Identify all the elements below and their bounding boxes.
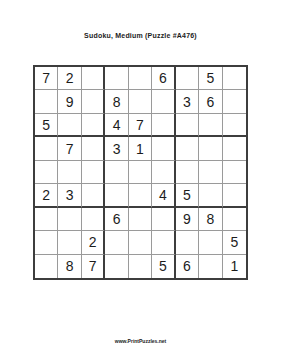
sudoku-cell: 5: [199, 67, 222, 90]
sudoku-cell: 8: [58, 255, 81, 278]
sudoku-cell: [152, 208, 175, 231]
sudoku-cell: [82, 67, 105, 90]
sudoku-cell: [129, 208, 152, 231]
sudoku-cell: 5: [152, 255, 175, 278]
sudoku-grid: 7265983654773123456982587561: [33, 65, 248, 280]
sudoku-cell: 2: [35, 184, 58, 207]
sudoku-cell: [223, 67, 246, 90]
sudoku-cell: [129, 161, 152, 184]
sudoku-cell: [35, 208, 58, 231]
sudoku-cell: [199, 137, 222, 160]
sudoku-cell: [82, 184, 105, 207]
sudoku-cell: 8: [105, 90, 128, 113]
sudoku-cell: 5: [35, 114, 58, 137]
sudoku-cell: [35, 161, 58, 184]
sudoku-cell: [82, 114, 105, 137]
sudoku-cell: 4: [152, 184, 175, 207]
sudoku-cell: 7: [58, 137, 81, 160]
sudoku-cell: 8: [199, 208, 222, 231]
sudoku-cell: [105, 67, 128, 90]
sudoku-cell: [105, 231, 128, 254]
sudoku-cell: [199, 255, 222, 278]
footer-url: www.PrintPuzzles.net: [0, 338, 281, 344]
sudoku-cell: [199, 231, 222, 254]
sudoku-cell: [223, 161, 246, 184]
sudoku-cell: 6: [105, 208, 128, 231]
sudoku-cell: 6: [176, 255, 199, 278]
sudoku-cell: [176, 137, 199, 160]
sudoku-cell: 7: [35, 67, 58, 90]
sudoku-cell: 1: [223, 255, 246, 278]
sudoku-cell: [223, 137, 246, 160]
sudoku-cell: [129, 67, 152, 90]
sudoku-cell: 2: [82, 231, 105, 254]
sudoku-cell: [35, 90, 58, 113]
sudoku-cell: 5: [223, 231, 246, 254]
sudoku-cell: [58, 114, 81, 137]
sudoku-cell: [152, 137, 175, 160]
sudoku-cell: [105, 255, 128, 278]
sudoku-cell: 7: [129, 114, 152, 137]
sudoku-cell: 6: [152, 67, 175, 90]
sudoku-cell: [129, 255, 152, 278]
sudoku-cell: 2: [58, 67, 81, 90]
page: Sudoku, Medium (Puzzle #A476) 7265983654…: [0, 0, 281, 363]
sudoku-cell: [199, 184, 222, 207]
sudoku-cell: [152, 231, 175, 254]
sudoku-cell: [82, 161, 105, 184]
sudoku-cell: [199, 161, 222, 184]
sudoku-cell: [58, 161, 81, 184]
sudoku-cell: [223, 90, 246, 113]
page-title: Sudoku, Medium (Puzzle #A476): [0, 32, 281, 39]
sudoku-cell: [176, 161, 199, 184]
sudoku-cell: 5: [176, 184, 199, 207]
sudoku-cell: [199, 114, 222, 137]
sudoku-cell: [35, 255, 58, 278]
sudoku-cell: [129, 90, 152, 113]
sudoku-cell: [82, 137, 105, 160]
sudoku-cell: [152, 114, 175, 137]
sudoku-cell: [35, 137, 58, 160]
sudoku-cell: 1: [129, 137, 152, 160]
sudoku-cell: [58, 231, 81, 254]
sudoku-cell: [223, 208, 246, 231]
sudoku-cell: [223, 184, 246, 207]
sudoku-cell: [223, 114, 246, 137]
sudoku-cell: [58, 208, 81, 231]
sudoku-cell: 3: [105, 137, 128, 160]
sudoku-cell: [105, 184, 128, 207]
sudoku-cell: [105, 161, 128, 184]
sudoku-cell: 6: [199, 90, 222, 113]
sudoku-cell: [176, 67, 199, 90]
sudoku-cell: 7: [82, 255, 105, 278]
sudoku-cell: [82, 208, 105, 231]
sudoku-cell: 9: [58, 90, 81, 113]
sudoku-cell: [176, 114, 199, 137]
sudoku-cell: [152, 161, 175, 184]
sudoku-cell: 3: [176, 90, 199, 113]
sudoku-cell: [176, 231, 199, 254]
sudoku-cell: [129, 184, 152, 207]
sudoku-cell: 3: [58, 184, 81, 207]
sudoku-cell: [129, 231, 152, 254]
sudoku-cell: [82, 90, 105, 113]
sudoku-cell: [152, 90, 175, 113]
sudoku-cell: [35, 231, 58, 254]
sudoku-cell: 9: [176, 208, 199, 231]
sudoku-cell: 4: [105, 114, 128, 137]
